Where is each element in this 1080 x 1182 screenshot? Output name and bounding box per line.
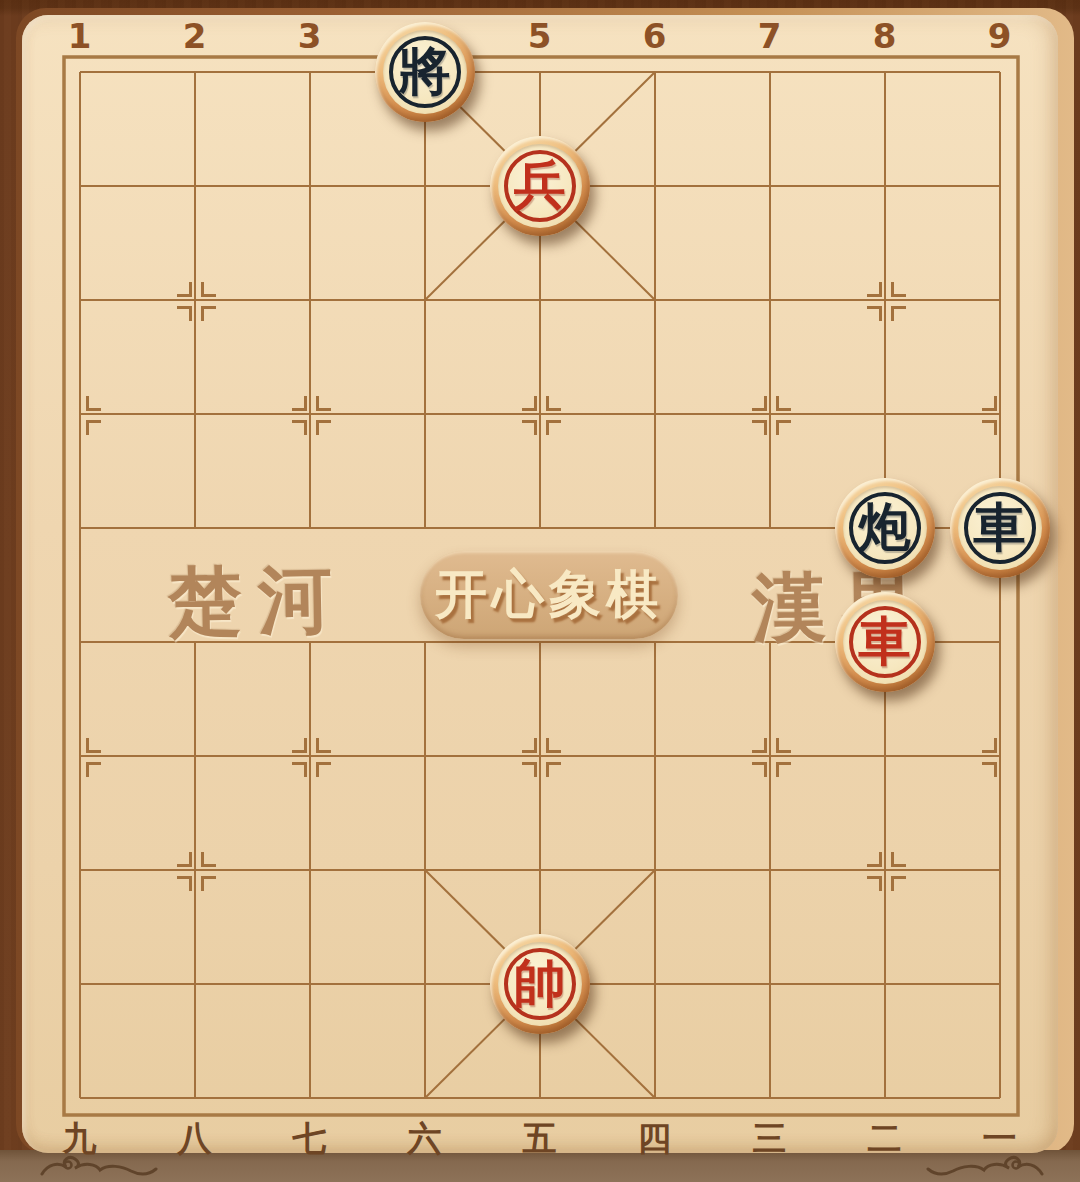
- board-point-4-6[interactable]: [367, 585, 482, 699]
- board-point-8-5[interactable]: 炮: [827, 471, 942, 585]
- board-point-3-4[interactable]: [252, 357, 367, 471]
- board-point-2-10[interactable]: [137, 1041, 252, 1155]
- board-point-5-7[interactable]: [482, 699, 597, 813]
- board-point-7-7[interactable]: [712, 699, 827, 813]
- board-point-3-5[interactable]: [252, 471, 367, 585]
- board-point-4-4[interactable]: [367, 357, 482, 471]
- board-point-1-7[interactable]: [22, 699, 137, 813]
- board-point-9-7[interactable]: [942, 699, 1057, 813]
- board-point-3-10[interactable]: [252, 1041, 367, 1155]
- board-point-4-9[interactable]: [367, 927, 482, 1041]
- board-point-2-7[interactable]: [137, 699, 252, 813]
- board-point-3-2[interactable]: [252, 129, 367, 243]
- board-point-7-2[interactable]: [712, 129, 827, 243]
- board-point-2-2[interactable]: [137, 129, 252, 243]
- board-point-4-10[interactable]: [367, 1041, 482, 1155]
- piece-black-general[interactable]: 將: [375, 22, 475, 122]
- board-point-7-3[interactable]: [712, 243, 827, 357]
- board-point-5-6[interactable]: [482, 585, 597, 699]
- board-point-6-10[interactable]: [597, 1041, 712, 1155]
- piece-red-chariot[interactable]: 車: [835, 592, 935, 692]
- board-point-1-2[interactable]: [22, 129, 137, 243]
- board-point-2-4[interactable]: [137, 357, 252, 471]
- board-point-4-8[interactable]: [367, 813, 482, 927]
- piece-black-cannon[interactable]: 炮: [835, 478, 935, 578]
- board-point-5-2[interactable]: 兵: [482, 129, 597, 243]
- piece-red-soldier[interactable]: 兵: [490, 136, 590, 236]
- board-point-8-6[interactable]: 車: [827, 585, 942, 699]
- board-point-4-2[interactable]: [367, 129, 482, 243]
- board-point-5-10[interactable]: [482, 1041, 597, 1155]
- board-point-9-6[interactable]: [942, 585, 1057, 699]
- board-point-5-8[interactable]: [482, 813, 597, 927]
- board-point-9-4[interactable]: [942, 357, 1057, 471]
- board-point-3-3[interactable]: [252, 243, 367, 357]
- board-point-1-3[interactable]: [22, 243, 137, 357]
- board-point-8-4[interactable]: [827, 357, 942, 471]
- board-point-3-6[interactable]: [252, 585, 367, 699]
- xiangqi-app-page: 楚河 漢界 开心象棋 123456789 九八七六五四三二一 將兵炮車車帥: [0, 0, 1080, 1182]
- board-point-9-1[interactable]: [942, 15, 1057, 129]
- board-point-5-9[interactable]: 帥: [482, 927, 597, 1041]
- board-point-4-1[interactable]: 將: [367, 15, 482, 129]
- board-point-8-2[interactable]: [827, 129, 942, 243]
- board-point-9-8[interactable]: [942, 813, 1057, 927]
- board-point-3-7[interactable]: [252, 699, 367, 813]
- board-point-5-3[interactable]: [482, 243, 597, 357]
- board-point-7-9[interactable]: [712, 927, 827, 1041]
- board-point-3-9[interactable]: [252, 927, 367, 1041]
- board-point-8-3[interactable]: [827, 243, 942, 357]
- board-point-9-2[interactable]: [942, 129, 1057, 243]
- board-point-3-1[interactable]: [252, 15, 367, 129]
- board-point-6-1[interactable]: [597, 15, 712, 129]
- board-point-6-7[interactable]: [597, 699, 712, 813]
- board-point-2-3[interactable]: [137, 243, 252, 357]
- board-point-1-8[interactable]: [22, 813, 137, 927]
- board-point-2-6[interactable]: [137, 585, 252, 699]
- board-point-6-9[interactable]: [597, 927, 712, 1041]
- board-grid: 將兵炮車車帥: [22, 15, 1057, 1155]
- board-point-7-1[interactable]: [712, 15, 827, 129]
- board-point-3-8[interactable]: [252, 813, 367, 927]
- board-point-2-9[interactable]: [137, 927, 252, 1041]
- board-point-6-4[interactable]: [597, 357, 712, 471]
- board-point-8-1[interactable]: [827, 15, 942, 129]
- board-point-6-8[interactable]: [597, 813, 712, 927]
- board-point-7-4[interactable]: [712, 357, 827, 471]
- board-point-2-1[interactable]: [137, 15, 252, 129]
- board-point-4-5[interactable]: [367, 471, 482, 585]
- board-point-2-8[interactable]: [137, 813, 252, 927]
- board-point-7-5[interactable]: [712, 471, 827, 585]
- board-point-4-7[interactable]: [367, 699, 482, 813]
- board-point-9-5[interactable]: 車: [942, 471, 1057, 585]
- piece-black-chariot[interactable]: 車: [950, 478, 1050, 578]
- board-point-4-3[interactable]: [367, 243, 482, 357]
- board-point-1-9[interactable]: [22, 927, 137, 1041]
- board-point-8-10[interactable]: [827, 1041, 942, 1155]
- board-point-9-3[interactable]: [942, 243, 1057, 357]
- board-point-8-7[interactable]: [827, 699, 942, 813]
- board-point-9-9[interactable]: [942, 927, 1057, 1041]
- board-point-5-1[interactable]: [482, 15, 597, 129]
- board-point-1-5[interactable]: [22, 471, 137, 585]
- piece-red-general[interactable]: 帥: [490, 934, 590, 1034]
- board-point-7-10[interactable]: [712, 1041, 827, 1155]
- board-point-8-8[interactable]: [827, 813, 942, 927]
- board-point-6-3[interactable]: [597, 243, 712, 357]
- board-point-6-6[interactable]: [597, 585, 712, 699]
- board-point-2-5[interactable]: [137, 471, 252, 585]
- board-point-5-5[interactable]: [482, 471, 597, 585]
- board-point-6-2[interactable]: [597, 129, 712, 243]
- board-point-6-5[interactable]: [597, 471, 712, 585]
- board-point-7-6[interactable]: [712, 585, 827, 699]
- board-point-5-4[interactable]: [482, 357, 597, 471]
- board-point-9-10[interactable]: [942, 1041, 1057, 1155]
- board-point-1-6[interactable]: [22, 585, 137, 699]
- board-point-8-9[interactable]: [827, 927, 942, 1041]
- board-point-1-4[interactable]: [22, 357, 137, 471]
- board-point-7-8[interactable]: [712, 813, 827, 927]
- board-point-1-1[interactable]: [22, 15, 137, 129]
- board-point-1-10[interactable]: [22, 1041, 137, 1155]
